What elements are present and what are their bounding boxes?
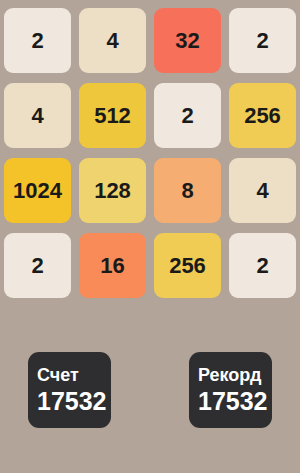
tile-r1c2-4: 4 <box>79 8 146 73</box>
tile-r2c2-512: 512 <box>79 83 146 148</box>
board-2048[interactable]: 24322451222561024128842162562 <box>4 8 296 298</box>
best-score-box: Рекорд 17532 <box>189 352 272 428</box>
tile-r3c4-4: 4 <box>229 158 296 223</box>
score-box: Счет 17532 <box>28 352 111 428</box>
game-screen: 24322451222561024128842162562 Счет 17532… <box>0 0 300 473</box>
tile-r2c1-4: 4 <box>4 83 71 148</box>
tile-r4c4-2: 2 <box>229 233 296 298</box>
tile-r3c3-8: 8 <box>154 158 221 223</box>
best-score-value: 17532 <box>198 386 268 416</box>
best-score-label: Рекорд <box>198 364 268 387</box>
tile-r4c3-256: 256 <box>154 233 221 298</box>
tile-r2c3-2: 2 <box>154 83 221 148</box>
tile-r1c4-2: 2 <box>229 8 296 73</box>
tile-r1c3-32: 32 <box>154 8 221 73</box>
score-label: Счет <box>37 364 107 387</box>
score-value: 17532 <box>37 386 107 416</box>
tile-r1c1-2: 2 <box>4 8 71 73</box>
tile-r3c2-128: 128 <box>79 158 146 223</box>
tile-r3c1-1024: 1024 <box>4 158 71 223</box>
tile-r4c1-2: 2 <box>4 233 71 298</box>
tile-r4c2-16: 16 <box>79 233 146 298</box>
tile-r2c4-256: 256 <box>229 83 296 148</box>
